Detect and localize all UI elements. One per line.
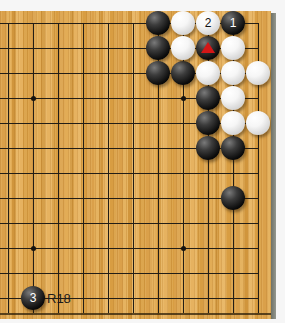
grid-line-col-M	[83, 23, 84, 313]
move-number-label: 1	[230, 17, 237, 29]
stone-black-r15	[196, 111, 220, 135]
grid-line-col-J	[8, 23, 9, 313]
move-number-label: 3	[30, 292, 37, 304]
board-right-edge	[271, 13, 276, 319]
board-bottom-edge	[0, 313, 271, 315]
star-point-k16	[31, 96, 36, 101]
grid-line-row-9	[0, 273, 259, 274]
grid-line-row-13	[0, 173, 259, 174]
star-point-k10	[31, 246, 36, 251]
grid-line-row-11	[0, 223, 259, 224]
stone-white-q18	[171, 36, 195, 60]
stone-black-p17	[146, 61, 170, 85]
stone-black-s12	[221, 186, 245, 210]
stone-black-r16	[196, 86, 220, 110]
go-viewer-canvas: 123 R18	[0, 0, 285, 323]
stone-white-s17	[221, 61, 245, 85]
stone-white-r19: 2	[196, 11, 220, 35]
stone-black-r18	[196, 36, 220, 60]
stone-black-r14	[196, 136, 220, 160]
grid-line-col-L	[58, 23, 59, 313]
stone-black-p18	[146, 36, 170, 60]
move-number-label: 2	[205, 17, 212, 29]
star-point-q10	[181, 246, 186, 251]
grid-line-col-K	[33, 23, 34, 313]
stone-black-p19	[146, 11, 170, 35]
stone-white-t17	[246, 61, 270, 85]
stone-white-s18	[221, 36, 245, 60]
grid-line-col-N	[108, 23, 109, 313]
stone-white-r17	[196, 61, 220, 85]
stone-white-s16	[221, 86, 245, 110]
stone-white-s15	[221, 111, 245, 135]
stone-black-s19: 1	[221, 11, 245, 35]
caption-text: R18	[47, 292, 71, 305]
star-point-q16	[181, 96, 186, 101]
caption-stone: 3	[21, 286, 45, 310]
stone-black-s14	[221, 136, 245, 160]
grid-line-row-10	[0, 248, 259, 249]
stone-white-t15	[246, 111, 270, 135]
grid-line-col-O	[133, 23, 134, 313]
triangle-marker-icon	[201, 42, 215, 53]
stone-black-q17	[171, 61, 195, 85]
stone-white-q19	[171, 11, 195, 35]
